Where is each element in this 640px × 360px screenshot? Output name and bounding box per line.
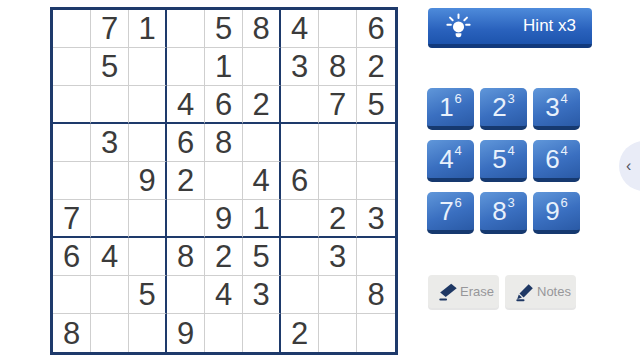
cell-r9-c8[interactable]: [319, 314, 357, 352]
cell-r8-c4[interactable]: [167, 276, 205, 314]
cell-r3-c3[interactable]: [129, 86, 167, 124]
number-button-5[interactable]: 54: [480, 140, 527, 182]
cell-r6-c4[interactable]: [167, 200, 205, 238]
cell-r5-c5[interactable]: [205, 162, 243, 200]
cell-r9-c7[interactable]: 2: [281, 314, 319, 352]
cell-r4-c2[interactable]: 3: [91, 124, 129, 162]
cell-r3-c6[interactable]: 2: [243, 86, 281, 124]
lightbulb-icon: [446, 13, 471, 40]
cell-r6-c2[interactable]: [91, 200, 129, 238]
number-button-8[interactable]: 83: [480, 192, 527, 234]
number-remaining-count: 4: [508, 144, 515, 157]
number-button-4[interactable]: 44: [427, 140, 474, 182]
cell-r5-c2[interactable]: [91, 162, 129, 200]
notes-button-label: Notes: [537, 284, 571, 299]
number-button-digit: 6: [545, 146, 559, 172]
number-button-digit: 3: [545, 94, 559, 120]
hint-button[interactable]: Hint x3: [428, 8, 592, 48]
sudoku-app: 7158465138246275368924679123648253543889…: [0, 0, 640, 360]
side-panel-toggle[interactable]: ‹: [619, 141, 640, 191]
cell-r2-c9[interactable]: 2: [357, 48, 395, 86]
cell-r8-c2[interactable]: [91, 276, 129, 314]
cell-r7-c1[interactable]: 6: [53, 238, 91, 276]
cell-r4-c8[interactable]: [319, 124, 357, 162]
cell-r3-c8[interactable]: 7: [319, 86, 357, 124]
cell-r5-c8[interactable]: [319, 162, 357, 200]
cell-r9-c1[interactable]: 8: [53, 314, 91, 352]
cell-r2-c1[interactable]: [53, 48, 91, 86]
number-remaining-count: 6: [455, 92, 462, 105]
sudoku-board: 7158465138246275368924679123648253543889…: [50, 7, 398, 355]
cell-r5-c9[interactable]: [357, 162, 395, 200]
number-remaining-count: 4: [455, 144, 462, 157]
cell-r7-c4[interactable]: 8: [167, 238, 205, 276]
cell-r6-c9[interactable]: 3: [357, 200, 395, 238]
number-remaining-count: 4: [561, 144, 568, 157]
cell-r4-c4[interactable]: 6: [167, 124, 205, 162]
cell-r8-c7[interactable]: [281, 276, 319, 314]
cell-r4-c3[interactable]: [129, 124, 167, 162]
cell-r9-c3[interactable]: [129, 314, 167, 352]
notes-button[interactable]: Notes: [505, 275, 576, 308]
cell-r2-c3[interactable]: [129, 48, 167, 86]
cell-r1-c9[interactable]: 6: [357, 10, 395, 48]
cell-r2-c7[interactable]: 3: [281, 48, 319, 86]
cell-r5-c4[interactable]: 2: [167, 162, 205, 200]
cell-r4-c7[interactable]: [281, 124, 319, 162]
cell-r8-c9[interactable]: 8: [357, 276, 395, 314]
cell-r2-c2[interactable]: 5: [91, 48, 129, 86]
number-button-6[interactable]: 64: [533, 140, 580, 182]
cell-r2-c4[interactable]: [167, 48, 205, 86]
number-button-3[interactable]: 34: [533, 88, 580, 130]
cell-r6-c8[interactable]: 2: [319, 200, 357, 238]
number-remaining-count: 6: [455, 196, 462, 209]
erase-button[interactable]: Erase: [428, 275, 499, 308]
cell-r3-c9[interactable]: 5: [357, 86, 395, 124]
cell-r2-c8[interactable]: 8: [319, 48, 357, 86]
cell-r1-c7[interactable]: 4: [281, 10, 319, 48]
cell-r7-c2[interactable]: 4: [91, 238, 129, 276]
cell-r7-c5[interactable]: 2: [205, 238, 243, 276]
cell-r1-c1[interactable]: [53, 10, 91, 48]
cell-r8-c6[interactable]: 3: [243, 276, 281, 314]
cell-r1-c8[interactable]: [319, 10, 357, 48]
cell-r7-c7[interactable]: [281, 238, 319, 276]
cell-r7-c3[interactable]: [129, 238, 167, 276]
tool-buttons: Erase Notes: [428, 275, 576, 308]
cell-r5-c3[interactable]: 9: [129, 162, 167, 200]
cell-r9-c6[interactable]: [243, 314, 281, 352]
cell-r3-c5[interactable]: 6: [205, 86, 243, 124]
eraser-icon: [436, 281, 460, 303]
cell-r5-c7[interactable]: 6: [281, 162, 319, 200]
cell-r3-c2[interactable]: [91, 86, 129, 124]
cell-r2-c6[interactable]: [243, 48, 281, 86]
cell-r5-c1[interactable]: [53, 162, 91, 200]
cell-r7-c6[interactable]: 5: [243, 238, 281, 276]
number-button-9[interactable]: 96: [533, 192, 580, 234]
cell-r7-c8[interactable]: 3: [319, 238, 357, 276]
number-remaining-count: 3: [508, 196, 515, 209]
cell-r6-c3[interactable]: [129, 200, 167, 238]
cell-r4-c6[interactable]: [243, 124, 281, 162]
number-remaining-count: 6: [561, 196, 568, 209]
number-button-digit: 1: [439, 94, 453, 120]
cell-r1-c5[interactable]: 5: [205, 10, 243, 48]
cell-r6-c7[interactable]: [281, 200, 319, 238]
cell-r8-c8[interactable]: [319, 276, 357, 314]
number-button-digit: 5: [492, 146, 506, 172]
cell-r8-c1[interactable]: [53, 276, 91, 314]
cell-r1-c6[interactable]: 8: [243, 10, 281, 48]
number-remaining-count: 3: [508, 92, 515, 105]
cell-r1-c4[interactable]: [167, 10, 205, 48]
cell-r7-c9[interactable]: [357, 238, 395, 276]
number-button-7[interactable]: 76: [427, 192, 474, 234]
cell-r6-c5[interactable]: 9: [205, 200, 243, 238]
pencil-icon: [513, 281, 537, 303]
cell-r6-c1[interactable]: 7: [53, 200, 91, 238]
cell-r3-c1[interactable]: [53, 86, 91, 124]
number-button-digit: 2: [492, 94, 506, 120]
cell-r9-c5[interactable]: [205, 314, 243, 352]
number-button-digit: 7: [439, 198, 453, 224]
number-pad: 162334445464768396: [427, 88, 580, 234]
cell-r9-c4[interactable]: 9: [167, 314, 205, 352]
cell-r8-c3[interactable]: 5: [129, 276, 167, 314]
cell-r1-c3[interactable]: 1: [129, 10, 167, 48]
cell-r3-c4[interactable]: 4: [167, 86, 205, 124]
cell-r4-c5[interactable]: 8: [205, 124, 243, 162]
cell-r9-c9[interactable]: [357, 314, 395, 352]
number-button-1[interactable]: 16: [427, 88, 474, 130]
cell-r8-c5[interactable]: 4: [205, 276, 243, 314]
cell-r3-c7[interactable]: [281, 86, 319, 124]
chevron-left-icon: ‹: [626, 157, 631, 175]
cell-r4-c9[interactable]: [357, 124, 395, 162]
number-button-digit: 8: [492, 198, 506, 224]
number-button-2[interactable]: 23: [480, 88, 527, 130]
number-button-digit: 4: [439, 146, 453, 172]
cell-r2-c5[interactable]: 1: [205, 48, 243, 86]
cell-r4-c1[interactable]: [53, 124, 91, 162]
cell-r6-c6[interactable]: 1: [243, 200, 281, 238]
hint-button-label: Hint x3: [523, 16, 576, 36]
number-remaining-count: 4: [561, 92, 568, 105]
cell-r9-c2[interactable]: [91, 314, 129, 352]
erase-button-label: Erase: [460, 284, 494, 299]
cell-r1-c2[interactable]: 7: [91, 10, 129, 48]
cell-r5-c6[interactable]: 4: [243, 162, 281, 200]
number-button-digit: 9: [545, 198, 559, 224]
